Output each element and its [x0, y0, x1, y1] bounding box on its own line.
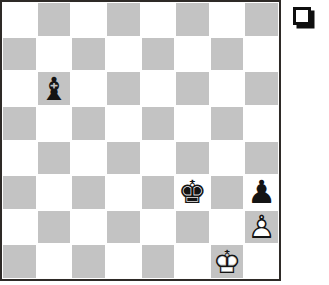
square-d2[interactable] [106, 210, 141, 245]
square-e8[interactable] [141, 2, 176, 37]
square-b2[interactable] [37, 210, 72, 245]
square-g8[interactable] [210, 2, 245, 37]
square-g5[interactable] [210, 106, 245, 141]
square-b4[interactable] [37, 141, 72, 176]
square-f2[interactable] [175, 210, 210, 245]
square-b1[interactable] [37, 244, 72, 279]
square-f7[interactable] [175, 37, 210, 72]
white-to-move-indicator [293, 7, 311, 25]
white-pawn[interactable]: ♟♙ [247, 211, 276, 243]
square-f1[interactable] [175, 244, 210, 279]
square-a2[interactable] [2, 210, 37, 245]
white-king[interactable]: ♚♔ [213, 246, 242, 278]
square-g3[interactable] [210, 175, 245, 210]
square-c6[interactable] [71, 71, 106, 106]
square-e5[interactable] [141, 106, 176, 141]
square-d3[interactable] [106, 175, 141, 210]
square-b3[interactable] [37, 175, 72, 210]
square-a5[interactable] [2, 106, 37, 141]
square-e3[interactable] [141, 175, 176, 210]
square-h7[interactable] [244, 37, 279, 72]
square-g6[interactable] [210, 71, 245, 106]
square-e6[interactable] [141, 71, 176, 106]
square-f5[interactable] [175, 106, 210, 141]
square-a8[interactable] [2, 2, 37, 37]
square-a1[interactable] [2, 244, 37, 279]
square-f6[interactable] [175, 71, 210, 106]
square-b5[interactable] [37, 106, 72, 141]
square-e4[interactable] [141, 141, 176, 176]
square-a4[interactable] [2, 141, 37, 176]
square-c5[interactable] [71, 106, 106, 141]
piece-glyph-outline: ♙ [247, 210, 276, 245]
square-f8[interactable] [175, 2, 210, 37]
square-g4[interactable] [210, 141, 245, 176]
square-c7[interactable] [71, 37, 106, 72]
square-b6[interactable]: ♝ [37, 71, 72, 106]
chess-diagram-page: ♝♚♟♟♙♚♔ [0, 0, 329, 285]
square-h3[interactable]: ♟ [244, 175, 279, 210]
square-d5[interactable] [106, 106, 141, 141]
square-h8[interactable] [244, 2, 279, 37]
square-a7[interactable] [2, 37, 37, 72]
square-d7[interactable] [106, 37, 141, 72]
square-b8[interactable] [37, 2, 72, 37]
square-h5[interactable] [244, 106, 279, 141]
black-bishop[interactable]: ♝ [40, 73, 69, 105]
chess-board: ♝♚♟♟♙♚♔ [0, 0, 281, 281]
square-d4[interactable] [106, 141, 141, 176]
square-e7[interactable] [141, 37, 176, 72]
square-c2[interactable] [71, 210, 106, 245]
square-g2[interactable] [210, 210, 245, 245]
square-e2[interactable] [141, 210, 176, 245]
square-h4[interactable] [244, 141, 279, 176]
square-f3[interactable]: ♚ [175, 175, 210, 210]
square-c3[interactable] [71, 175, 106, 210]
square-g1[interactable]: ♚♔ [210, 244, 245, 279]
square-h6[interactable] [244, 71, 279, 106]
square-d6[interactable] [106, 71, 141, 106]
square-g7[interactable] [210, 37, 245, 72]
square-c8[interactable] [71, 2, 106, 37]
square-c1[interactable] [71, 244, 106, 279]
square-f4[interactable] [175, 141, 210, 176]
square-e1[interactable] [141, 244, 176, 279]
square-a3[interactable] [2, 175, 37, 210]
black-pawn[interactable]: ♟ [247, 176, 276, 208]
black-king[interactable]: ♚ [178, 176, 207, 208]
square-d8[interactable] [106, 2, 141, 37]
square-a6[interactable] [2, 71, 37, 106]
square-b7[interactable] [37, 37, 72, 72]
square-c4[interactable] [71, 141, 106, 176]
square-h1[interactable] [244, 244, 279, 279]
square-d1[interactable] [106, 244, 141, 279]
square-h2[interactable]: ♟♙ [244, 210, 279, 245]
piece-glyph-outline: ♔ [213, 244, 242, 279]
